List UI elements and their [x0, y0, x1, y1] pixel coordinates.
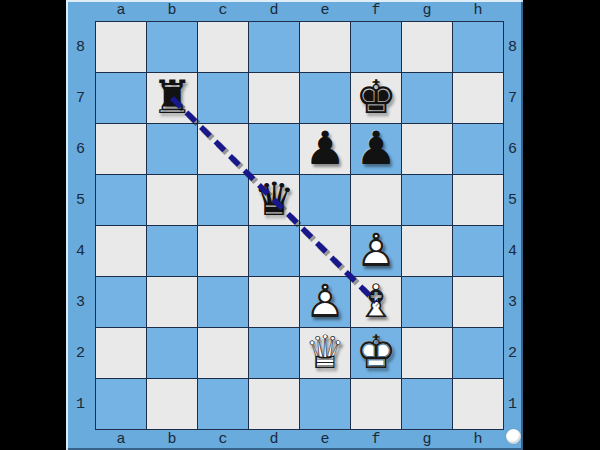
square-c5[interactable] [198, 175, 248, 225]
white-bishop-outline: ♗ [355, 278, 396, 324]
square-b1[interactable] [147, 379, 197, 429]
square-a5[interactable] [96, 175, 146, 225]
square-h1[interactable] [453, 379, 503, 429]
square-d7[interactable] [249, 73, 299, 123]
rank-label-left-1: 1 [76, 396, 85, 413]
square-g6[interactable] [402, 124, 452, 174]
rank-label-right-3: 3 [508, 294, 517, 311]
square-a1[interactable] [96, 379, 146, 429]
square-h2[interactable] [453, 328, 503, 378]
square-b6[interactable] [147, 124, 197, 174]
rank-label-left-2: 2 [76, 345, 85, 362]
file-label-top-b: b [167, 2, 176, 19]
board-frame: ♜♚♟♟♛♟♙♟♙♝♗♛♕♚♔ aabbccddeeffgghh88776655… [66, 0, 523, 450]
white-pawn-outline: ♙ [304, 278, 345, 324]
file-label-bottom-f: f [371, 431, 380, 448]
file-label-bottom-b: b [167, 431, 176, 448]
square-d5[interactable]: ♛ [249, 175, 299, 225]
white-pawn-outline: ♙ [355, 227, 396, 273]
square-f6[interactable]: ♟ [351, 124, 401, 174]
square-c8[interactable] [198, 22, 248, 72]
white-king[interactable]: ♚♔ [355, 329, 396, 375]
rank-label-right-6: 6 [508, 141, 517, 158]
square-f8[interactable] [351, 22, 401, 72]
square-c7[interactable] [198, 73, 248, 123]
square-b7[interactable]: ♜ [147, 73, 197, 123]
file-label-top-c: c [218, 2, 227, 19]
square-f4[interactable]: ♟♙ [351, 226, 401, 276]
square-e5[interactable] [300, 175, 350, 225]
rank-label-left-7: 7 [76, 90, 85, 107]
rank-label-right-1: 1 [508, 396, 517, 413]
square-d1[interactable] [249, 379, 299, 429]
white-pawn[interactable]: ♟♙ [355, 227, 396, 273]
square-b4[interactable] [147, 226, 197, 276]
file-label-top-e: e [320, 2, 329, 19]
square-e1[interactable] [300, 379, 350, 429]
rank-label-left-4: 4 [76, 243, 85, 260]
file-label-bottom-c: c [218, 431, 227, 448]
square-c6[interactable] [198, 124, 248, 174]
file-label-bottom-e: e [320, 431, 329, 448]
square-e6[interactable]: ♟ [300, 124, 350, 174]
square-e2[interactable]: ♛♕ [300, 328, 350, 378]
rank-label-left-8: 8 [76, 39, 85, 56]
rank-label-right-8: 8 [508, 39, 517, 56]
square-f7[interactable]: ♚ [351, 73, 401, 123]
square-a7[interactable] [96, 73, 146, 123]
square-g2[interactable] [402, 328, 452, 378]
square-h7[interactable] [453, 73, 503, 123]
square-c2[interactable] [198, 328, 248, 378]
white-bishop[interactable]: ♝♗ [355, 278, 396, 324]
rank-label-right-4: 4 [508, 243, 517, 260]
rank-label-left-5: 5 [76, 192, 85, 209]
square-h4[interactable] [453, 226, 503, 276]
square-a8[interactable] [96, 22, 146, 72]
square-g1[interactable] [402, 379, 452, 429]
file-label-bottom-d: d [269, 431, 278, 448]
square-d6[interactable] [249, 124, 299, 174]
square-h5[interactable] [453, 175, 503, 225]
black-queen[interactable]: ♛ [253, 176, 294, 222]
file-label-bottom-g: g [422, 431, 431, 448]
white-queen[interactable]: ♛♕ [304, 329, 345, 375]
square-c4[interactable] [198, 226, 248, 276]
square-c3[interactable] [198, 277, 248, 327]
square-d3[interactable] [249, 277, 299, 327]
black-king[interactable]: ♚ [355, 74, 396, 120]
square-f1[interactable] [351, 379, 401, 429]
file-label-bottom-h: h [473, 431, 482, 448]
chess-app-window: ♜♚♟♟♛♟♙♟♙♝♗♛♕♚♔ aabbccddeeffgghh88776655… [0, 0, 600, 450]
rank-label-left-3: 3 [76, 294, 85, 311]
square-a4[interactable] [96, 226, 146, 276]
rank-label-right-7: 7 [508, 90, 517, 107]
white-queen-outline: ♕ [304, 329, 345, 375]
file-label-top-f: f [371, 2, 380, 19]
white-to-move-indicator [506, 429, 521, 444]
square-h3[interactable] [453, 277, 503, 327]
square-a3[interactable] [96, 277, 146, 327]
square-b3[interactable] [147, 277, 197, 327]
square-g4[interactable] [402, 226, 452, 276]
file-label-top-h: h [473, 2, 482, 19]
file-label-top-g: g [422, 2, 431, 19]
square-e4[interactable] [300, 226, 350, 276]
square-d2[interactable] [249, 328, 299, 378]
square-d4[interactable] [249, 226, 299, 276]
square-a6[interactable] [96, 124, 146, 174]
rank-label-right-5: 5 [508, 192, 517, 209]
black-pawn[interactable]: ♟ [304, 125, 345, 171]
square-g5[interactable] [402, 175, 452, 225]
square-e8[interactable] [300, 22, 350, 72]
square-a2[interactable] [96, 328, 146, 378]
file-label-top-d: d [269, 2, 278, 19]
file-label-top-a: a [116, 2, 125, 19]
square-g3[interactable] [402, 277, 452, 327]
square-f3[interactable]: ♝♗ [351, 277, 401, 327]
square-f2[interactable]: ♚♔ [351, 328, 401, 378]
black-rook[interactable]: ♜ [151, 74, 192, 120]
square-c1[interactable] [198, 379, 248, 429]
black-pawn[interactable]: ♟ [355, 125, 396, 171]
white-king-outline: ♔ [355, 329, 396, 375]
square-e3[interactable]: ♟♙ [300, 277, 350, 327]
square-e7[interactable] [300, 73, 350, 123]
square-g8[interactable] [402, 22, 452, 72]
square-b2[interactable] [147, 328, 197, 378]
square-f5[interactable] [351, 175, 401, 225]
square-g7[interactable] [402, 73, 452, 123]
rank-label-right-2: 2 [508, 345, 517, 362]
square-b8[interactable] [147, 22, 197, 72]
white-pawn[interactable]: ♟♙ [304, 278, 345, 324]
square-h8[interactable] [453, 22, 503, 72]
rank-label-left-6: 6 [76, 141, 85, 158]
chess-board[interactable]: ♜♚♟♟♛♟♙♟♙♝♗♛♕♚♔ [95, 21, 504, 430]
square-d8[interactable] [249, 22, 299, 72]
square-b5[interactable] [147, 175, 197, 225]
file-label-bottom-a: a [116, 431, 125, 448]
square-h6[interactable] [453, 124, 503, 174]
